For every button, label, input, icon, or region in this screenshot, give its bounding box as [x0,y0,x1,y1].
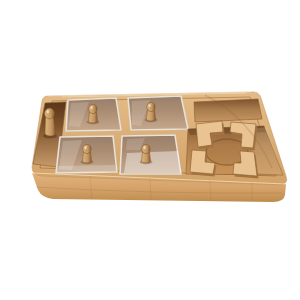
peg-stem [45,117,56,136]
knob-3-highlight [84,146,86,149]
knob-lid-well-1 [66,98,121,131]
knob-1-head [89,104,97,113]
knob-4-head [142,144,150,153]
knob-4-highlight [143,146,145,149]
peg-highlight [46,110,49,113]
knob-3-head [83,144,91,153]
knob-lid-well-2 [128,96,188,130]
well-3-reflection-band [56,165,117,173]
knob-lid-well-4 [120,135,181,174]
wooden-tray [32,92,287,202]
product-photo [0,0,300,300]
knob-1-highlight [90,106,92,109]
tray-photo-canvas [0,0,300,300]
knob-2-head [147,102,155,111]
knob-2-highlight [148,104,150,107]
knob-lid-well-3 [56,136,117,173]
peg-head [45,108,55,119]
